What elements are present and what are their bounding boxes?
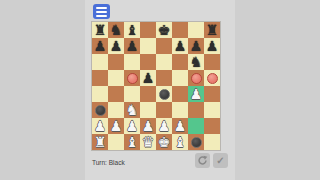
red-disc: [191, 73, 202, 84]
square-b8[interactable]: ♞: [108, 22, 124, 38]
red-disc: [207, 73, 218, 84]
square-g6[interactable]: ♞: [188, 54, 204, 70]
black-pawn: ♟: [142, 70, 155, 86]
square-d3[interactable]: [140, 102, 156, 118]
square-h2[interactable]: [204, 118, 220, 134]
square-f1[interactable]: ♝: [172, 134, 188, 150]
square-f2[interactable]: ♟: [172, 118, 188, 134]
black-pawn: ♟: [94, 38, 107, 54]
white-pawn: ♟: [110, 118, 123, 134]
square-a7[interactable]: ♟: [92, 38, 108, 54]
square-g8[interactable]: [188, 22, 204, 38]
square-b1[interactable]: [108, 134, 124, 150]
square-c1[interactable]: ♝: [124, 134, 140, 150]
square-c2[interactable]: ♟: [124, 118, 140, 134]
white-pawn: ♟: [142, 118, 155, 134]
square-b5[interactable]: [108, 70, 124, 86]
square-b6[interactable]: [108, 54, 124, 70]
square-c4[interactable]: [124, 86, 140, 102]
square-d6[interactable]: [140, 54, 156, 70]
black-disc: [95, 105, 106, 116]
black-disc: [159, 89, 170, 100]
square-g5[interactable]: [188, 70, 204, 86]
square-h6[interactable]: [204, 54, 220, 70]
square-b3[interactable]: [108, 102, 124, 118]
square-b4[interactable]: [108, 86, 124, 102]
check-icon: ✓: [216, 153, 224, 168]
turn-indicator-label: Turn: Black: [92, 159, 125, 166]
app-panel: ♜♞♝♚♜♟♟♟♟♟♟♞♟♟♞♟♟♟♟♟♟♜♝♛♚♝ Turn: Black ✓: [85, 0, 235, 180]
square-e7[interactable]: [156, 38, 172, 54]
square-h3[interactable]: [204, 102, 220, 118]
square-c7[interactable]: ♟: [124, 38, 140, 54]
square-d8[interactable]: [140, 22, 156, 38]
square-d5[interactable]: ♟: [140, 70, 156, 86]
white-queen: ♛: [142, 134, 155, 150]
white-pawn: ♟: [158, 118, 171, 134]
square-e2[interactable]: ♟: [156, 118, 172, 134]
square-f6[interactable]: [172, 54, 188, 70]
white-pawn: ♟: [174, 118, 187, 134]
black-knight: ♞: [110, 22, 123, 38]
black-knight: ♞: [190, 54, 203, 70]
square-c6[interactable]: [124, 54, 140, 70]
white-bishop: ♝: [174, 134, 187, 150]
square-f5[interactable]: [172, 70, 188, 86]
square-e3[interactable]: [156, 102, 172, 118]
refresh-icon: [197, 155, 208, 166]
chess-board[interactable]: ♜♞♝♚♜♟♟♟♟♟♟♞♟♟♞♟♟♟♟♟♟♜♝♛♚♝: [92, 22, 220, 150]
square-h7[interactable]: ♟: [204, 38, 220, 54]
square-b7[interactable]: ♟: [108, 38, 124, 54]
square-g3[interactable]: [188, 102, 204, 118]
square-g2[interactable]: [188, 118, 204, 134]
black-pawn: ♟: [206, 38, 219, 54]
square-f4[interactable]: [172, 86, 188, 102]
square-a5[interactable]: [92, 70, 108, 86]
square-e4[interactable]: [156, 86, 172, 102]
square-a6[interactable]: [92, 54, 108, 70]
square-f7[interactable]: ♟: [172, 38, 188, 54]
square-c8[interactable]: ♝: [124, 22, 140, 38]
white-pawn: ♟: [126, 118, 139, 134]
hamburger-menu-button[interactable]: [93, 4, 110, 19]
hamburger-icon: [96, 11, 107, 13]
black-pawn: ♟: [126, 38, 139, 54]
square-d4[interactable]: [140, 86, 156, 102]
square-h4[interactable]: [204, 86, 220, 102]
white-pawn: ♟: [190, 86, 203, 102]
square-g4[interactable]: ♟: [188, 86, 204, 102]
square-e1[interactable]: ♚: [156, 134, 172, 150]
square-a8[interactable]: ♜: [92, 22, 108, 38]
black-pawn: ♟: [110, 38, 123, 54]
square-a4[interactable]: [92, 86, 108, 102]
white-rook: ♜: [94, 134, 107, 150]
black-rook: ♜: [94, 22, 107, 38]
white-knight: ♞: [126, 102, 139, 118]
square-c3[interactable]: ♞: [124, 102, 140, 118]
square-h8[interactable]: ♜: [204, 22, 220, 38]
black-king: ♚: [158, 22, 171, 38]
black-rook: ♜: [206, 22, 219, 38]
square-a3[interactable]: [92, 102, 108, 118]
hamburger-icon: [96, 7, 107, 9]
confirm-button[interactable]: ✓: [213, 153, 228, 168]
square-a1[interactable]: ♜: [92, 134, 108, 150]
status-bar: Turn: Black ✓: [85, 150, 235, 180]
black-bishop: ♝: [126, 22, 139, 38]
square-e6[interactable]: [156, 54, 172, 70]
hamburger-icon: [96, 15, 107, 17]
square-e5[interactable]: [156, 70, 172, 86]
square-e8[interactable]: ♚: [156, 22, 172, 38]
square-g1[interactable]: [188, 134, 204, 150]
square-h1[interactable]: [204, 134, 220, 150]
square-d7[interactable]: [140, 38, 156, 54]
square-c5[interactable]: [124, 70, 140, 86]
black-disc: [191, 137, 202, 148]
white-bishop: ♝: [126, 134, 139, 150]
square-a2[interactable]: ♟: [92, 118, 108, 134]
square-b2[interactable]: ♟: [108, 118, 124, 134]
black-pawn: ♟: [174, 38, 187, 54]
white-king: ♚: [158, 134, 171, 150]
red-disc: [127, 73, 138, 84]
black-pawn: ♟: [190, 38, 203, 54]
square-f3[interactable]: [172, 102, 188, 118]
square-d2[interactable]: ♟: [140, 118, 156, 134]
square-d1[interactable]: ♛: [140, 134, 156, 150]
square-f8[interactable]: [172, 22, 188, 38]
white-pawn: ♟: [94, 118, 107, 134]
square-g7[interactable]: ♟: [188, 38, 204, 54]
restart-button[interactable]: [195, 153, 210, 168]
square-h5[interactable]: [204, 70, 220, 86]
